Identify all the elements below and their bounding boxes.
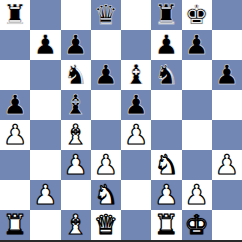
square-h1[interactable] <box>212 210 242 240</box>
black-knight-piece[interactable]: ♞ <box>154 61 178 88</box>
square-a7[interactable] <box>0 30 30 60</box>
square-b1[interactable] <box>30 210 60 240</box>
square-c3[interactable]: ♟ <box>61 150 91 180</box>
white-pawn-piece[interactable]: ♟ <box>33 181 57 208</box>
square-f8[interactable]: ♜ <box>151 0 181 30</box>
square-c2[interactable] <box>61 180 91 210</box>
square-b6[interactable] <box>30 60 60 90</box>
square-c1[interactable]: ♝ <box>61 210 91 240</box>
white-rook-piece[interactable]: ♜ <box>3 211 27 238</box>
square-a8[interactable]: ♜ <box>0 0 30 30</box>
square-g4[interactable] <box>182 120 212 150</box>
square-e6[interactable]: ♝ <box>121 60 151 90</box>
square-g8[interactable]: ♚ <box>182 0 212 30</box>
square-c8[interactable] <box>61 0 91 30</box>
square-e5[interactable]: ♟ <box>121 90 151 120</box>
square-a2[interactable] <box>0 180 30 210</box>
square-f3[interactable]: ♞ <box>151 150 181 180</box>
white-queen-piece[interactable]: ♛ <box>94 211 118 238</box>
white-pawn-piece[interactable]: ♟ <box>124 121 148 148</box>
black-pawn-piece[interactable]: ♟ <box>215 61 239 88</box>
square-e8[interactable] <box>121 0 151 30</box>
square-f2[interactable]: ♟ <box>151 180 181 210</box>
square-d8[interactable]: ♛ <box>91 0 121 30</box>
square-d2[interactable]: ♞ <box>91 180 121 210</box>
square-e2[interactable] <box>121 180 151 210</box>
white-king-piece[interactable]: ♚ <box>185 211 209 238</box>
black-pawn-piece[interactable]: ♟ <box>3 91 27 118</box>
black-rook-piece[interactable]: ♜ <box>3 1 27 28</box>
black-king-piece[interactable]: ♚ <box>185 1 209 28</box>
white-pawn-piece[interactable]: ♟ <box>154 181 178 208</box>
square-g2[interactable]: ♟ <box>182 180 212 210</box>
square-e3[interactable] <box>121 150 151 180</box>
square-b7[interactable]: ♟ <box>30 30 60 60</box>
square-d4[interactable] <box>91 120 121 150</box>
black-pawn-piece[interactable]: ♟ <box>33 31 57 58</box>
square-c6[interactable]: ♞ <box>61 60 91 90</box>
white-pawn-piece[interactable]: ♟ <box>215 151 239 178</box>
white-knight-piece[interactable]: ♞ <box>154 151 178 178</box>
square-f7[interactable]: ♟ <box>151 30 181 60</box>
square-g5[interactable] <box>182 90 212 120</box>
square-h2[interactable] <box>212 180 242 210</box>
square-g6[interactable] <box>182 60 212 90</box>
square-a4[interactable]: ♟ <box>0 120 30 150</box>
square-f5[interactable] <box>151 90 181 120</box>
white-bishop-piece[interactable]: ♝ <box>64 121 88 148</box>
square-g7[interactable]: ♟ <box>182 30 212 60</box>
square-h7[interactable] <box>212 30 242 60</box>
square-f6[interactable]: ♞ <box>151 60 181 90</box>
black-pawn-piece[interactable]: ♟ <box>124 91 148 118</box>
chess-board: ♜♛♜♚♟♟♟♟♞♟♝♞♟♟♝♟♟♝♟♟♟♞♟♟♞♟♟♜♝♛♜♚ <box>0 0 242 242</box>
square-b4[interactable] <box>30 120 60 150</box>
black-queen-piece[interactable]: ♛ <box>94 1 118 28</box>
white-knight-piece[interactable]: ♞ <box>94 181 118 208</box>
square-h4[interactable] <box>212 120 242 150</box>
square-b5[interactable] <box>30 90 60 120</box>
square-d6[interactable]: ♟ <box>91 60 121 90</box>
square-h3[interactable]: ♟ <box>212 150 242 180</box>
black-pawn-piece[interactable]: ♟ <box>94 61 118 88</box>
square-g1[interactable]: ♚ <box>182 210 212 240</box>
square-a1[interactable]: ♜ <box>0 210 30 240</box>
square-a3[interactable] <box>0 150 30 180</box>
square-e1[interactable] <box>121 210 151 240</box>
white-rook-piece[interactable]: ♜ <box>154 211 178 238</box>
black-pawn-piece[interactable]: ♟ <box>64 31 88 58</box>
square-g3[interactable] <box>182 150 212 180</box>
white-pawn-piece[interactable]: ♟ <box>185 181 209 208</box>
square-f4[interactable] <box>151 120 181 150</box>
white-pawn-piece[interactable]: ♟ <box>94 151 118 178</box>
square-d5[interactable] <box>91 90 121 120</box>
square-h6[interactable]: ♟ <box>212 60 242 90</box>
square-e4[interactable]: ♟ <box>121 120 151 150</box>
white-pawn-piece[interactable]: ♟ <box>64 151 88 178</box>
square-c5[interactable]: ♝ <box>61 90 91 120</box>
square-f1[interactable]: ♜ <box>151 210 181 240</box>
square-b8[interactable] <box>30 0 60 30</box>
square-b2[interactable]: ♟ <box>30 180 60 210</box>
square-e7[interactable] <box>121 30 151 60</box>
black-bishop-piece[interactable]: ♝ <box>64 91 88 118</box>
square-a6[interactable] <box>0 60 30 90</box>
square-b3[interactable] <box>30 150 60 180</box>
black-rook-piece[interactable]: ♜ <box>154 1 178 28</box>
square-d3[interactable]: ♟ <box>91 150 121 180</box>
black-pawn-piece[interactable]: ♟ <box>185 31 209 58</box>
square-h5[interactable] <box>212 90 242 120</box>
white-bishop-piece[interactable]: ♝ <box>64 211 88 238</box>
black-bishop-piece[interactable]: ♝ <box>124 61 148 88</box>
black-knight-piece[interactable]: ♞ <box>64 61 88 88</box>
square-d7[interactable] <box>91 30 121 60</box>
square-c7[interactable]: ♟ <box>61 30 91 60</box>
white-pawn-piece[interactable]: ♟ <box>3 121 27 148</box>
square-h8[interactable] <box>212 0 242 30</box>
square-d1[interactable]: ♛ <box>91 210 121 240</box>
black-pawn-piece[interactable]: ♟ <box>154 31 178 58</box>
square-a5[interactable]: ♟ <box>0 90 30 120</box>
square-c4[interactable]: ♝ <box>61 120 91 150</box>
